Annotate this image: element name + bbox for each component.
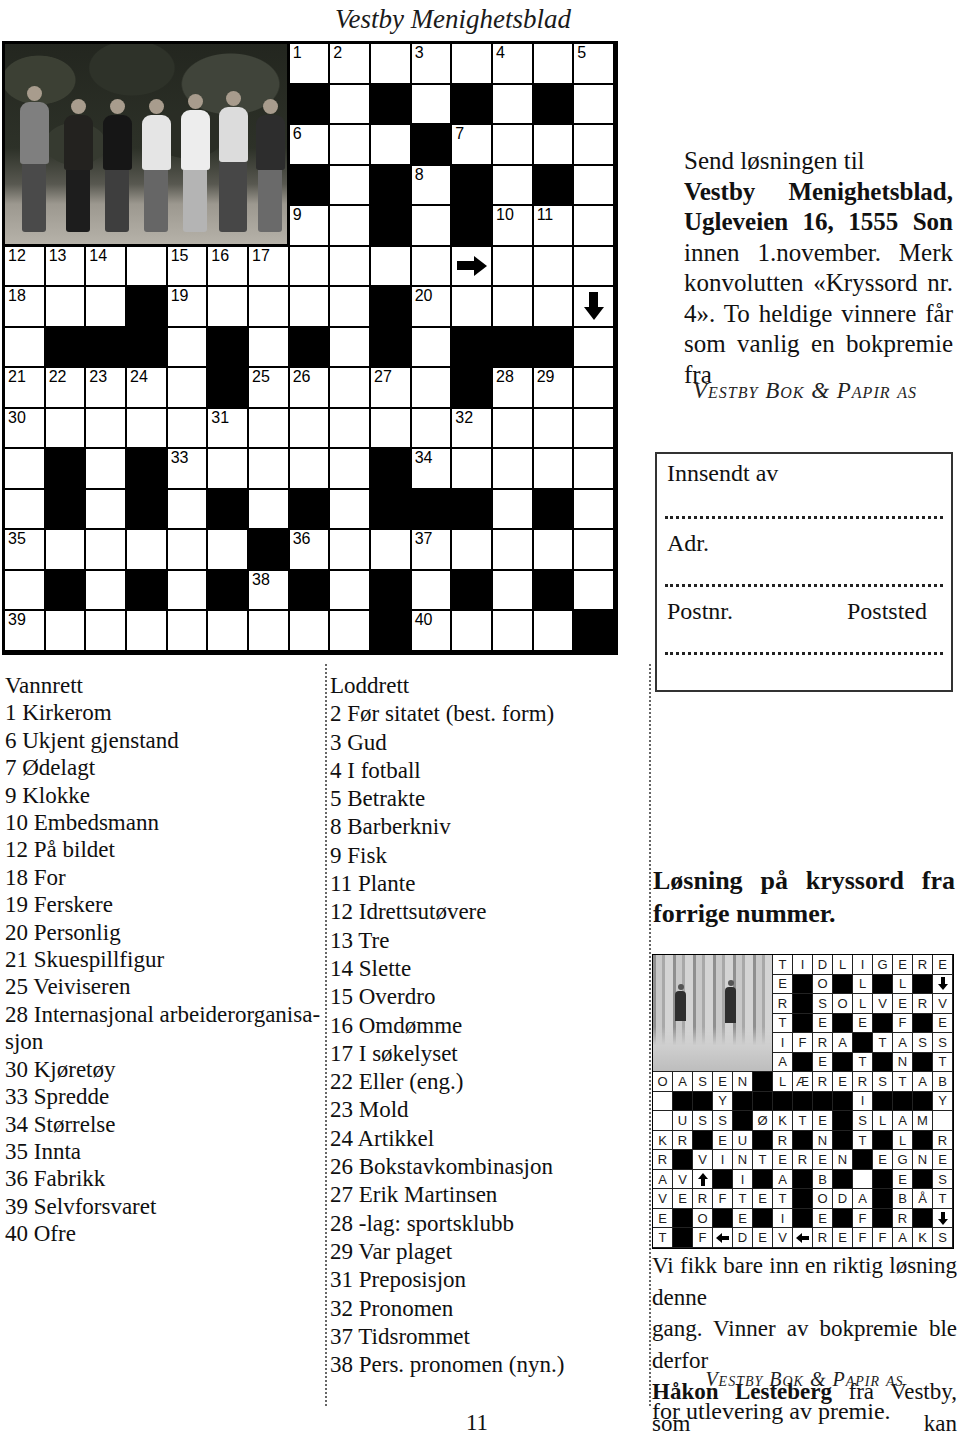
solution-cell-r4c10: [833, 1014, 853, 1034]
solution-letter: R: [698, 1191, 707, 1206]
form-field-name[interactable]: [665, 516, 943, 519]
note-text: gang. Vinner av bokpremie ble derfor: [652, 1316, 957, 1373]
solution-cell-r9c9: E: [813, 1111, 833, 1131]
solution-cell-r7c9: R: [813, 1072, 833, 1092]
puzzle-cell-r10c11[interactable]: [412, 409, 453, 450]
solution-cell-r13c15: T: [933, 1189, 953, 1209]
puzzle-cell-r9c4[interactable]: 24: [127, 368, 168, 409]
puzzle-cell-r10c5[interactable]: [168, 409, 209, 450]
puzzle-cell-r6c14[interactable]: [534, 247, 575, 288]
solution-cell-r9c15: [933, 1111, 953, 1131]
solution-letter: E: [738, 1211, 747, 1226]
puzzle-cell-r10c3[interactable]: [86, 409, 127, 450]
puzzle-cell-r13c9[interactable]: [330, 530, 371, 571]
puzzle-cell-r1c10[interactable]: [371, 44, 412, 85]
clue-line: 25 Veiviseren: [5, 973, 323, 1000]
puzzle-cell-r14c3[interactable]: [86, 571, 127, 612]
puzzle-cell-r1c12[interactable]: [452, 44, 493, 85]
puzzle-cell-r12c5[interactable]: [168, 490, 209, 531]
solution-cell-r2c13: L: [893, 975, 913, 995]
solution-letter: E: [778, 1152, 787, 1167]
solution-cell-r9c7: K: [773, 1111, 793, 1131]
puzzle-cell-r1c14[interactable]: [534, 44, 575, 85]
solution-cell-r12c2: V: [673, 1170, 693, 1190]
puzzle-cell-r9c10[interactable]: 27: [371, 368, 412, 409]
puzzle-cell-r6c13[interactable]: [493, 247, 534, 288]
across-heading: Vannrett: [5, 672, 323, 699]
solution-letter: V: [658, 1191, 667, 1206]
puzzle-cell-r15c4[interactable]: [127, 611, 168, 652]
solution-cell-r6c7: A: [773, 1053, 793, 1073]
solution-letter: L: [899, 1133, 906, 1148]
puzzle-cell-r10c7[interactable]: [249, 409, 290, 450]
solution-cell-r1c9: D: [813, 955, 833, 975]
clue-line: 12 På bildet: [5, 836, 323, 863]
puzzle-cell-r9c8[interactable]: 26: [290, 368, 331, 409]
puzzle-cell-r7c9[interactable]: [330, 287, 371, 328]
puzzle-cell-r6c8[interactable]: [290, 247, 331, 288]
solution-cell-r13c9: O: [813, 1189, 833, 1209]
solution-letter: V: [698, 1152, 707, 1167]
puzzle-cell-r11c3[interactable]: [86, 449, 127, 490]
puzzle-cell-r2c11[interactable]: [412, 85, 453, 126]
solution-cell-r1c12: G: [873, 955, 893, 975]
solution-cell-r4c7: T: [773, 1014, 793, 1034]
down-arrow-icon: [574, 287, 613, 326]
puzzle-cell-r8c7[interactable]: [249, 328, 290, 369]
puzzle-cell-r1c9[interactable]: 2: [330, 44, 371, 85]
photo-person: [216, 91, 250, 232]
puzzle-cell-r5c9[interactable]: [330, 206, 371, 247]
puzzle-cell-r14c13[interactable]: [493, 571, 534, 612]
photo-person: [253, 99, 287, 232]
puzzle-cell-r14c15[interactable]: [574, 571, 615, 612]
puzzle-cell-r7c2[interactable]: [46, 287, 87, 328]
solution-cell-r3c13: E: [893, 994, 913, 1014]
puzzle-cell-r11c5[interactable]: 33: [168, 449, 209, 490]
puzzle-cell-r3c14[interactable]: [534, 125, 575, 166]
solution-letter: B: [818, 1172, 827, 1187]
puzzle-cell-r10c15[interactable]: [574, 409, 615, 450]
solution-cell-r12c9: B: [813, 1170, 833, 1190]
puzzle-cell-r10c4[interactable]: [127, 409, 168, 450]
down-clues: Loddrett2 Før sitatet (best. form)3 Gud4…: [330, 672, 646, 1379]
solution-cell-r10c14: [913, 1131, 933, 1151]
solution-cell-r15c6: E: [753, 1228, 773, 1248]
puzzle-cell-r11c13[interactable]: [493, 449, 534, 490]
solution-cell-r7c10: E: [833, 1072, 853, 1092]
puzzle-cell-r11c12[interactable]: [452, 449, 493, 490]
solution-letter: V: [778, 1230, 787, 1245]
solution-letter: D: [838, 1191, 847, 1206]
solution-cell-r6c12: [873, 1053, 893, 1073]
solution-letter: E: [818, 1152, 827, 1167]
black-cell-r4c12: [452, 166, 493, 207]
puzzle-cell-r8c9[interactable]: [330, 328, 371, 369]
photo-person: [725, 987, 736, 1023]
puzzle-cell-r11c7[interactable]: [249, 449, 290, 490]
solution-cell-r8c3: [693, 1092, 713, 1112]
puzzle-cell-r13c5[interactable]: [168, 530, 209, 571]
puzzle-cell-r10c14[interactable]: [534, 409, 575, 450]
clue-number: 15: [171, 248, 189, 264]
puzzle-cell-r14c9[interactable]: [330, 571, 371, 612]
solution-cell-r5c9: R: [813, 1033, 833, 1053]
puzzle-cell-r7c3[interactable]: [86, 287, 127, 328]
puzzle-cell-r13c8[interactable]: 36: [290, 530, 331, 571]
puzzle-cell-r9c9[interactable]: [330, 368, 371, 409]
puzzle-cell-r3c8[interactable]: 6: [290, 125, 331, 166]
puzzle-cell-r13c10[interactable]: [371, 530, 412, 571]
clue-line: 9 Klokke: [5, 782, 323, 809]
puzzle-cell-r6c10[interactable]: [371, 247, 412, 288]
bookstore-logo: Vestby Bok & Papir as: [652, 1368, 957, 1391]
solution-cell-r8c14: [913, 1092, 933, 1112]
clue-line: 16 Omdømme: [330, 1012, 646, 1040]
solution-cell-r12c8: [793, 1170, 813, 1190]
puzzle-cell-r6c5[interactable]: 15: [168, 247, 209, 288]
solution-letter: S: [718, 1113, 727, 1128]
solution-cell-r3c8: [793, 994, 813, 1014]
solution-cell-r11c2: [673, 1150, 693, 1170]
puzzle-cell-r7c11[interactable]: 20: [412, 287, 453, 328]
puzzle-cell-r13c3[interactable]: [86, 530, 127, 571]
black-cell-r14c12: [452, 571, 493, 612]
clue-line: 7 Ødelagt: [5, 754, 323, 781]
puzzle-cell-r4c11[interactable]: 8: [412, 166, 453, 207]
puzzle-cell-r12c13[interactable]: [493, 490, 534, 531]
solution-cell-r13c11: A: [853, 1189, 873, 1209]
puzzle-cell-r6c7[interactable]: 17: [249, 247, 290, 288]
puzzle-cell-r14c11[interactable]: [412, 571, 453, 612]
puzzle-cell-r15c6[interactable]: [208, 611, 249, 652]
puzzle-cell-r15c13[interactable]: [493, 611, 534, 652]
puzzle-cell-r1c15[interactable]: 5: [574, 44, 615, 85]
solution-letter: T: [939, 1191, 947, 1206]
puzzle-cell-r7c13[interactable]: [493, 287, 534, 328]
solution-cell-r8c6: [753, 1092, 773, 1112]
puzzle-cell-r3c13[interactable]: [493, 125, 534, 166]
puzzle-cell-r13c13[interactable]: [493, 530, 534, 571]
puzzle-cell-r1c8[interactable]: 1: [290, 44, 331, 85]
solution-letter: K: [778, 1113, 787, 1128]
puzzle-cell-r1c11[interactable]: 3: [412, 44, 453, 85]
solution-cell-r10c6: [753, 1131, 773, 1151]
solution-letter: T: [779, 1015, 787, 1030]
solution-cell-r5c10: A: [833, 1033, 853, 1053]
solution-letter: S: [938, 1172, 947, 1187]
clue-number: 31: [211, 410, 229, 426]
puzzle-cell-r10c12[interactable]: 32: [452, 409, 493, 450]
form-field-postal[interactable]: [665, 652, 943, 655]
solution-cell-r2c12: [873, 975, 893, 995]
puzzle-cell-r5c14[interactable]: 11: [534, 206, 575, 247]
solution-cell-r14c2: [673, 1209, 693, 1229]
puzzle-cell-r7c1[interactable]: 18: [5, 287, 46, 328]
puzzle-cell-r9c3[interactable]: 23: [86, 368, 127, 409]
puzzle-cell-r9c14[interactable]: 29: [534, 368, 575, 409]
solution-cell-r11c7: E: [773, 1150, 793, 1170]
puzzle-cell-r11c1[interactable]: [5, 449, 46, 490]
puzzle-cell-r13c6[interactable]: [208, 530, 249, 571]
page-number: 11: [466, 1410, 488, 1436]
puzzle-cell-r9c15[interactable]: [574, 368, 615, 409]
solution-cell-r14c7: I: [773, 1209, 793, 1229]
solution-letter: I: [801, 957, 805, 972]
solution-cell-r1c10: L: [833, 955, 853, 975]
clue-line: 18 For: [5, 864, 323, 891]
puzzle-cell-r10c13[interactable]: [493, 409, 534, 450]
puzzle-cell-r15c1[interactable]: 39: [5, 611, 46, 652]
solution-letter: N: [898, 1054, 907, 1069]
clue-number: 3: [415, 45, 424, 61]
puzzle-cell-r6c12[interactable]: [452, 247, 493, 288]
solution-letter: R: [918, 957, 927, 972]
puzzle-cell-r2c9[interactable]: [330, 85, 371, 126]
puzzle-cell-r12c15[interactable]: [574, 490, 615, 531]
puzzle-cell-r15c8[interactable]: [290, 611, 331, 652]
solution-letter: I: [781, 1035, 785, 1050]
solution-letter: T: [659, 1230, 667, 1245]
solution-letter: E: [898, 1172, 907, 1187]
puzzle-cell-r6c3[interactable]: 14: [86, 247, 127, 288]
form-label-city: Poststed: [847, 598, 927, 625]
puzzle-cell-r13c2[interactable]: [46, 530, 87, 571]
left-arrow-icon: [713, 1228, 732, 1247]
clue-line: 4 I fotball: [330, 757, 646, 785]
solution-cell-r10c12: [873, 1131, 893, 1151]
puzzle-cell-r6c4[interactable]: [127, 247, 168, 288]
puzzle-cell-r3c12[interactable]: 7: [452, 125, 493, 166]
form-field-address[interactable]: [665, 584, 943, 587]
puzzle-cell-r4c15[interactable]: [574, 166, 615, 207]
puzzle-cell-r10c1[interactable]: 30: [5, 409, 46, 450]
clue-number: 7: [455, 126, 464, 142]
solution-cell-r9c14: M: [913, 1111, 933, 1131]
puzzle-cell-r9c5[interactable]: [168, 368, 209, 409]
solution-letter: R: [818, 1035, 827, 1050]
submission-line: innen 1.november. Merk: [684, 238, 953, 269]
submission-line: Send løsningen til: [684, 146, 953, 177]
clue-number: 10: [496, 207, 514, 223]
solution-letter: B: [938, 1074, 947, 1089]
puzzle-cell-r6c9[interactable]: [330, 247, 371, 288]
black-cell-r9c12: [452, 368, 493, 409]
puzzle-cell-r3c10[interactable]: [371, 125, 412, 166]
puzzle-cell-r6c1[interactable]: 12: [5, 247, 46, 288]
puzzle-cell-r13c15[interactable]: [574, 530, 615, 571]
clue-number: 36: [293, 531, 311, 547]
puzzle-cell-r7c12[interactable]: [452, 287, 493, 328]
solution-photo: [653, 955, 773, 1072]
solution-letter: E: [898, 996, 907, 1011]
puzzle-cell-r7c5[interactable]: 19: [168, 287, 209, 328]
solution-cell-r13c14: Å: [913, 1189, 933, 1209]
puzzle-cell-r9c13[interactable]: 28: [493, 368, 534, 409]
solution-cell-r2c7: E: [773, 975, 793, 995]
solution-cell-r1c7: T: [773, 955, 793, 975]
puzzle-cell-r12c1[interactable]: [5, 490, 46, 531]
solution-letter: D: [818, 957, 827, 972]
puzzle-cell-r5c11[interactable]: [412, 206, 453, 247]
clue-number: 6: [293, 126, 302, 142]
puzzle-cell-r11c8[interactable]: [290, 449, 331, 490]
puzzle-cell-r4c13[interactable]: [493, 166, 534, 207]
puzzle-cell-r12c9[interactable]: [330, 490, 371, 531]
puzzle-cell-r15c3[interactable]: [86, 611, 127, 652]
puzzle-cell-r4c9[interactable]: [330, 166, 371, 207]
clue-number: 33: [171, 450, 189, 466]
solution-letter: E: [818, 1054, 827, 1069]
puzzle-cell-r3c9[interactable]: [330, 125, 371, 166]
clue-line: 3 Gud: [330, 729, 646, 757]
puzzle-cell-r11c9[interactable]: [330, 449, 371, 490]
puzzle-cell-r11c14[interactable]: [534, 449, 575, 490]
solution-cell-r11c8: R: [793, 1150, 813, 1170]
solution-letter: F: [719, 1191, 727, 1206]
puzzle-cell-r13c11[interactable]: 37: [412, 530, 453, 571]
puzzle-cell-r9c7[interactable]: 25: [249, 368, 290, 409]
puzzle-cell-r1c13[interactable]: 4: [493, 44, 534, 85]
solution-letter: L: [899, 976, 906, 991]
puzzle-cell-r14c5[interactable]: [168, 571, 209, 612]
puzzle-cell-r8c11[interactable]: [412, 328, 453, 369]
clue-line: 35 Innta: [5, 1138, 323, 1165]
solution-cell-r12c11: [853, 1170, 873, 1190]
puzzle-cell-r5c13[interactable]: 10: [493, 206, 534, 247]
solution-cell-r4c11: E: [853, 1014, 873, 1034]
puzzle-cell-r13c4[interactable]: [127, 530, 168, 571]
puzzle-cell-r15c2[interactable]: [46, 611, 87, 652]
newsletter-title: Vestby Menighetsblad: [335, 4, 571, 35]
solution-letter: S: [918, 1035, 927, 1050]
puzzle-cell-r9c11[interactable]: [412, 368, 453, 409]
solution-letter: O: [817, 976, 827, 991]
solution-cell-r12c4: [713, 1170, 733, 1190]
photo-person: [675, 991, 686, 1021]
puzzle-cell-r15c9[interactable]: [330, 611, 371, 652]
clue-number: 19: [171, 288, 189, 304]
right-arrow-icon: [452, 247, 491, 286]
puzzle-cell-r3c15[interactable]: [574, 125, 615, 166]
solution-cell-r6c14: [913, 1053, 933, 1073]
puzzle-cell-r14c1[interactable]: [5, 571, 46, 612]
puzzle-cell-r6c15[interactable]: [574, 247, 615, 288]
solution-cell-r10c11: T: [853, 1131, 873, 1151]
puzzle-cell-r7c6[interactable]: [208, 287, 249, 328]
puzzle-cell-r7c15[interactable]: [574, 287, 615, 328]
puzzle-cell-r12c7[interactable]: [249, 490, 290, 531]
solution-cell-r3c12: V: [873, 994, 893, 1014]
puzzle-cell-r8c15[interactable]: [574, 328, 615, 369]
black-cell-r14c8: [290, 571, 331, 612]
puzzle-cell-r11c11[interactable]: 34: [412, 449, 453, 490]
puzzle-cell-r15c14[interactable]: [534, 611, 575, 652]
solution-cell-r8c13: [893, 1092, 913, 1112]
solution-letter: A: [658, 1172, 667, 1187]
puzzle-cell-r10c2[interactable]: [46, 409, 87, 450]
black-cell-r4c8: [290, 166, 331, 207]
puzzle-cell-r6c2[interactable]: 13: [46, 247, 87, 288]
solution-cell-r2c8: [793, 975, 813, 995]
solution-letter: A: [898, 1113, 907, 1128]
puzzle-cell-r15c7[interactable]: [249, 611, 290, 652]
black-cell-r11c2: [46, 449, 87, 490]
solution-cell-r5c14: S: [913, 1033, 933, 1053]
puzzle-cell-r5c8[interactable]: 9: [290, 206, 331, 247]
puzzle-cell-r2c15[interactable]: [574, 85, 615, 126]
solution-letter: K: [918, 1230, 927, 1245]
solution-cell-r8c9: [813, 1092, 833, 1112]
puzzle-cell-r8c5[interactable]: [168, 328, 209, 369]
puzzle-cell-r15c5[interactable]: [168, 611, 209, 652]
solution-letter: R: [818, 1074, 827, 1089]
clue-number: 14: [89, 248, 107, 264]
solution-cell-r2c9: O: [813, 975, 833, 995]
puzzle-cell-r13c12[interactable]: [452, 530, 493, 571]
puzzle-cell-r5c15[interactable]: [574, 206, 615, 247]
solution-letter: E: [938, 957, 947, 972]
solution-cell-r3c14: R: [913, 994, 933, 1014]
clue-number: 26: [293, 369, 311, 385]
puzzle-cell-r11c15[interactable]: [574, 449, 615, 490]
puzzle-cell-r7c14[interactable]: [534, 287, 575, 328]
clue-number: 29: [537, 369, 555, 385]
puzzle-cell-r9c2[interactable]: 22: [46, 368, 87, 409]
solution-cell-r9c5: [733, 1111, 753, 1131]
black-cell-r12c4: [127, 490, 168, 531]
solution-cell-r14c12: [873, 1209, 893, 1229]
puzzle-cell-r10c10[interactable]: [371, 409, 412, 450]
black-cell-r4c10: [371, 166, 412, 207]
solution-letter: T: [799, 1113, 807, 1128]
clue-line: 34 Størrelse: [5, 1111, 323, 1138]
solution-cell-r14c3: O: [693, 1209, 713, 1229]
puzzle-cell-r9c1[interactable]: 21: [5, 368, 46, 409]
puzzle-cell-r13c1[interactable]: 35: [5, 530, 46, 571]
black-cell-r12c6: [208, 490, 249, 531]
black-cell-r4c14: [534, 166, 575, 207]
puzzle-cell-r6c6[interactable]: 16: [208, 247, 249, 288]
solution-letter: I: [861, 957, 865, 972]
puzzle-cell-r14c7[interactable]: 38: [249, 571, 290, 612]
puzzle-cell-r11c6[interactable]: [208, 449, 249, 490]
puzzle-cell-r7c8[interactable]: [290, 287, 331, 328]
puzzle-cell-r15c12[interactable]: [452, 611, 493, 652]
puzzle-cell-r13c14[interactable]: [534, 530, 575, 571]
puzzle-cell-r6c11[interactable]: [412, 247, 453, 288]
solution-cell-r7c5: N: [733, 1072, 753, 1092]
puzzle-cell-r8c1[interactable]: [5, 328, 46, 369]
solution-letter: G: [897, 1152, 907, 1167]
puzzle-cell-r10c8[interactable]: [290, 409, 331, 450]
solution-letter: I: [861, 1093, 865, 1108]
puzzle-cell-r10c6[interactable]: 31: [208, 409, 249, 450]
photo-person: [139, 99, 173, 232]
puzzle-cell-r12c3[interactable]: [86, 490, 127, 531]
form-label-address: Adr.: [667, 530, 709, 557]
solution-letter: A: [898, 1230, 907, 1245]
puzzle-cell-r15c11[interactable]: 40: [412, 611, 453, 652]
solution-cell-r12c13: E: [893, 1170, 913, 1190]
puzzle-cell-r7c7[interactable]: [249, 287, 290, 328]
solution-letter: R: [898, 1211, 907, 1226]
puzzle-cell-r2c13[interactable]: [493, 85, 534, 126]
clue-line: 19 Ferskere: [5, 891, 323, 918]
puzzle-cell-r10c9[interactable]: [330, 409, 371, 450]
solution-cell-r3c10: O: [833, 994, 853, 1014]
solution-cell-r12c12: [873, 1170, 893, 1190]
